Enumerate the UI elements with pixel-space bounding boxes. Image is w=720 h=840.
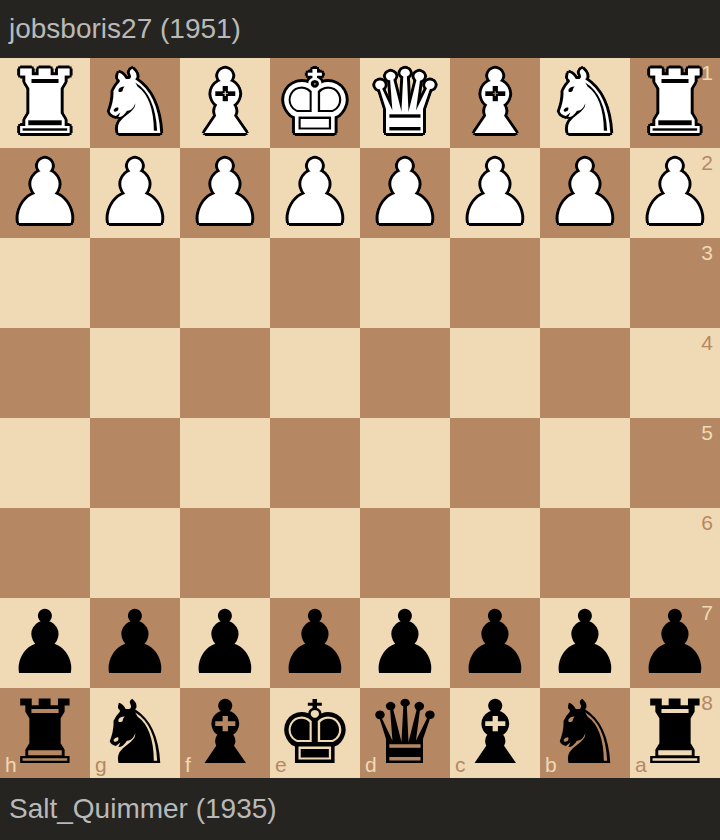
piece-wK-e1[interactable]: ♚︎: [270, 58, 360, 148]
square-a6[interactable]: 6: [630, 508, 720, 598]
piece-bP-h7[interactable]: ♟︎: [0, 598, 90, 688]
square-g7[interactable]: ♟︎: [90, 598, 180, 688]
rank-label-5: 5: [701, 422, 713, 443]
square-a7[interactable]: ♟︎7: [630, 598, 720, 688]
square-e5[interactable]: [270, 418, 360, 508]
piece-wN-b1[interactable]: ♞︎: [540, 58, 630, 148]
square-d4[interactable]: [360, 328, 450, 418]
square-b1[interactable]: ♞︎: [540, 58, 630, 148]
piece-wR-a1[interactable]: ♜︎: [630, 58, 720, 148]
square-e6[interactable]: [270, 508, 360, 598]
square-b5[interactable]: [540, 418, 630, 508]
square-c1[interactable]: ♝︎: [450, 58, 540, 148]
square-a4[interactable]: 4: [630, 328, 720, 418]
piece-bK-e8[interactable]: ♚︎: [270, 688, 360, 778]
square-h8[interactable]: ♜︎h: [0, 688, 90, 778]
chess-board: ♜︎♞︎♝︎♚︎♛︎♝︎♞︎♜︎1♟︎♟︎♟︎♟︎♟︎♟︎♟︎♟︎23456♟︎…: [0, 58, 720, 778]
piece-wR-h1[interactable]: ♜︎: [0, 58, 90, 148]
piece-bP-g7[interactable]: ♟︎: [90, 598, 180, 688]
square-c6[interactable]: [450, 508, 540, 598]
piece-bB-f8[interactable]: ♝︎: [180, 688, 270, 778]
square-c3[interactable]: [450, 238, 540, 328]
square-h3[interactable]: [0, 238, 90, 328]
square-f8[interactable]: ♝︎f: [180, 688, 270, 778]
square-f7[interactable]: ♟︎: [180, 598, 270, 688]
square-g3[interactable]: [90, 238, 180, 328]
square-d8[interactable]: ♛︎d: [360, 688, 450, 778]
square-e8[interactable]: ♚︎e: [270, 688, 360, 778]
square-h7[interactable]: ♟︎: [0, 598, 90, 688]
square-d5[interactable]: [360, 418, 450, 508]
square-e4[interactable]: [270, 328, 360, 418]
piece-wP-b2[interactable]: ♟︎: [540, 148, 630, 238]
top-player-bar: jobsboris27 (1951): [0, 0, 720, 58]
piece-wP-g2[interactable]: ♟︎: [90, 148, 180, 238]
rank-label-3: 3: [701, 242, 713, 263]
square-d3[interactable]: [360, 238, 450, 328]
square-h5[interactable]: [0, 418, 90, 508]
square-c8[interactable]: ♝︎c: [450, 688, 540, 778]
square-a8[interactable]: ♜︎8a: [630, 688, 720, 778]
piece-wP-c2[interactable]: ♟︎: [450, 148, 540, 238]
piece-wP-h2[interactable]: ♟︎: [0, 148, 90, 238]
piece-bB-c8[interactable]: ♝︎: [450, 688, 540, 778]
square-g8[interactable]: ♞︎g: [90, 688, 180, 778]
square-b8[interactable]: ♞︎b: [540, 688, 630, 778]
square-h4[interactable]: [0, 328, 90, 418]
piece-wP-f2[interactable]: ♟︎: [180, 148, 270, 238]
rank-label-6: 6: [701, 512, 713, 533]
piece-bR-a8[interactable]: ♜︎: [630, 688, 720, 778]
square-h1[interactable]: ♜︎: [0, 58, 90, 148]
piece-bP-e7[interactable]: ♟︎: [270, 598, 360, 688]
piece-wQ-d1[interactable]: ♛︎: [360, 58, 450, 148]
piece-bP-c7[interactable]: ♟︎: [450, 598, 540, 688]
square-b7[interactable]: ♟︎: [540, 598, 630, 688]
piece-bP-a7[interactable]: ♟︎: [630, 598, 720, 688]
bottom-player-bar: Salt_Quimmer (1935): [0, 778, 720, 840]
square-f2[interactable]: ♟︎: [180, 148, 270, 238]
square-b6[interactable]: [540, 508, 630, 598]
square-e7[interactable]: ♟︎: [270, 598, 360, 688]
square-c4[interactable]: [450, 328, 540, 418]
square-g5[interactable]: [90, 418, 180, 508]
piece-wP-a2[interactable]: ♟︎: [630, 148, 720, 238]
square-e1[interactable]: ♚︎: [270, 58, 360, 148]
piece-bR-h8[interactable]: ♜︎: [0, 688, 90, 778]
square-g1[interactable]: ♞︎: [90, 58, 180, 148]
square-d2[interactable]: ♟︎: [360, 148, 450, 238]
piece-wB-f1[interactable]: ♝︎: [180, 58, 270, 148]
square-f6[interactable]: [180, 508, 270, 598]
piece-wP-d2[interactable]: ♟︎: [360, 148, 450, 238]
square-d7[interactable]: ♟︎: [360, 598, 450, 688]
square-e3[interactable]: [270, 238, 360, 328]
square-a2[interactable]: ♟︎2: [630, 148, 720, 238]
square-b2[interactable]: ♟︎: [540, 148, 630, 238]
square-c7[interactable]: ♟︎: [450, 598, 540, 688]
square-h2[interactable]: ♟︎: [0, 148, 90, 238]
piece-wB-c1[interactable]: ♝︎: [450, 58, 540, 148]
square-b4[interactable]: [540, 328, 630, 418]
top-player-name[interactable]: jobsboris27 (1951): [9, 15, 241, 43]
piece-bP-f7[interactable]: ♟︎: [180, 598, 270, 688]
square-f4[interactable]: [180, 328, 270, 418]
square-f3[interactable]: [180, 238, 270, 328]
rank-label-4: 4: [701, 332, 713, 353]
square-g2[interactable]: ♟︎: [90, 148, 180, 238]
piece-bP-d7[interactable]: ♟︎: [360, 598, 450, 688]
piece-bP-b7[interactable]: ♟︎: [540, 598, 630, 688]
square-h6[interactable]: [0, 508, 90, 598]
square-c5[interactable]: [450, 418, 540, 508]
square-c2[interactable]: ♟︎: [450, 148, 540, 238]
square-f5[interactable]: [180, 418, 270, 508]
bottom-player-name[interactable]: Salt_Quimmer (1935): [9, 795, 277, 823]
square-d1[interactable]: ♛︎: [360, 58, 450, 148]
square-a3[interactable]: 3: [630, 238, 720, 328]
square-b3[interactable]: [540, 238, 630, 328]
piece-wN-g1[interactable]: ♞︎: [90, 58, 180, 148]
square-e2[interactable]: ♟︎: [270, 148, 360, 238]
square-a5[interactable]: 5: [630, 418, 720, 508]
square-a1[interactable]: ♜︎1: [630, 58, 720, 148]
piece-wP-e2[interactable]: ♟︎: [270, 148, 360, 238]
piece-bN-b8[interactable]: ♞︎: [540, 688, 630, 778]
square-f1[interactable]: ♝︎: [180, 58, 270, 148]
piece-bQ-d8[interactable]: ♛︎: [360, 688, 450, 778]
piece-bN-g8[interactable]: ♞︎: [90, 688, 180, 778]
square-g4[interactable]: [90, 328, 180, 418]
square-g6[interactable]: [90, 508, 180, 598]
square-d6[interactable]: [360, 508, 450, 598]
